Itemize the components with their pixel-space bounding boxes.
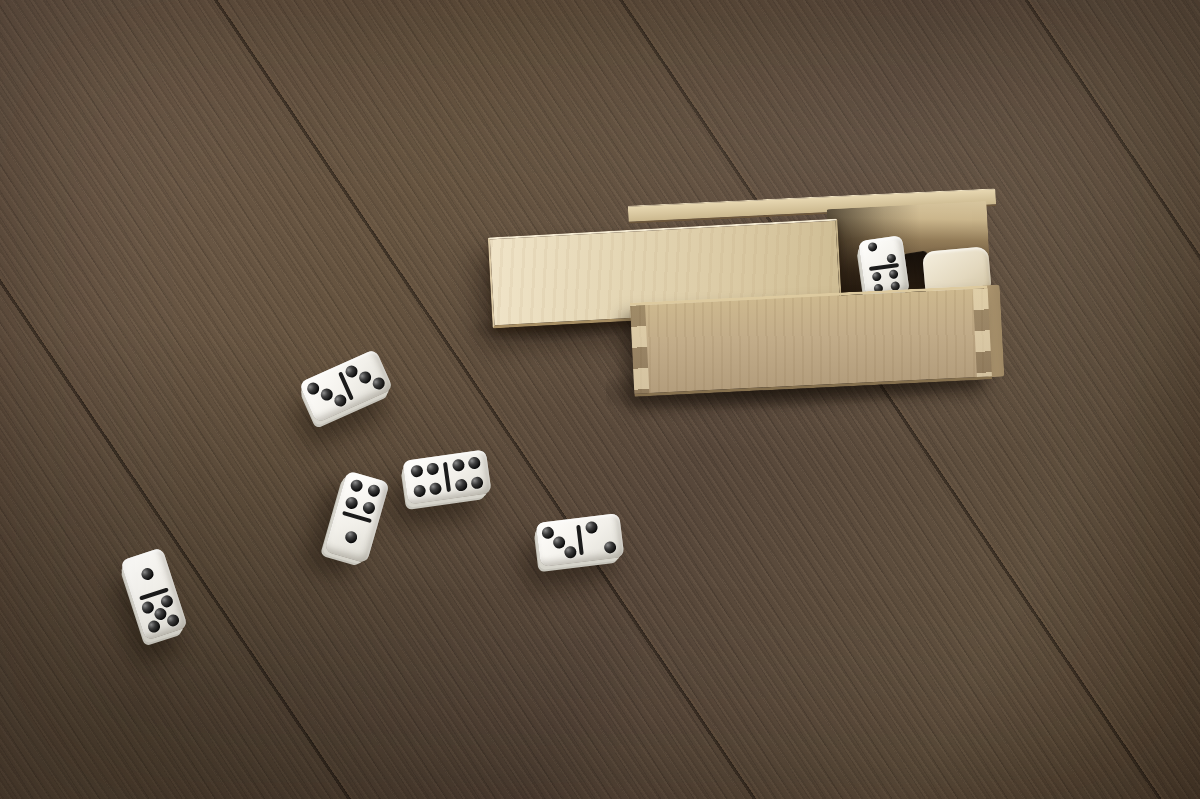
pip xyxy=(344,530,359,545)
pip xyxy=(451,459,465,473)
pip xyxy=(552,536,565,549)
pip xyxy=(344,496,359,511)
pip xyxy=(887,253,897,263)
pip xyxy=(332,393,348,409)
pip xyxy=(305,380,321,396)
pip xyxy=(563,546,576,559)
pip xyxy=(366,483,381,498)
pip xyxy=(604,540,617,553)
pip xyxy=(541,526,554,539)
pip xyxy=(429,482,443,496)
box-front-face[interactable] xyxy=(630,285,992,396)
pip xyxy=(147,619,162,634)
pip xyxy=(412,484,426,498)
tile-half-2 xyxy=(577,513,624,562)
pip xyxy=(585,521,598,534)
pip xyxy=(344,363,360,379)
pip xyxy=(349,478,364,493)
pip xyxy=(867,242,877,252)
pip xyxy=(357,370,373,386)
pip xyxy=(371,376,387,392)
pip xyxy=(361,501,376,516)
pip xyxy=(871,271,881,281)
pip xyxy=(468,457,482,471)
wood-floor xyxy=(0,0,1200,799)
pip xyxy=(153,606,168,621)
pip xyxy=(140,566,155,581)
pip xyxy=(454,478,468,492)
pip xyxy=(165,613,180,628)
pip xyxy=(471,476,485,490)
pip xyxy=(426,462,440,476)
pip xyxy=(159,594,174,609)
pip xyxy=(410,465,424,479)
table-scene xyxy=(0,0,1200,799)
pip xyxy=(889,269,899,279)
tile-half-4 xyxy=(444,449,492,498)
pip xyxy=(319,387,335,403)
